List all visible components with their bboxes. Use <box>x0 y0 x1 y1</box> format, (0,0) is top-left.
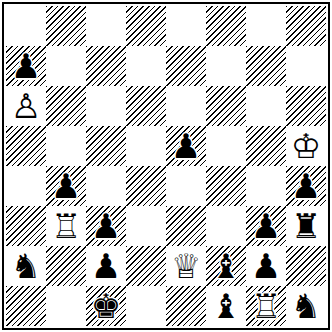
square-e5[interactable]: ♟ <box>166 126 206 166</box>
square-c7[interactable] <box>86 46 126 86</box>
square-b2[interactable] <box>46 246 86 286</box>
square-g2[interactable]: ♟ <box>246 246 286 286</box>
square-b8[interactable] <box>46 6 86 46</box>
square-g1[interactable]: ♜♖ <box>246 286 286 326</box>
square-g4[interactable] <box>246 166 286 206</box>
square-c8[interactable] <box>86 6 126 46</box>
piece-black-king: ♚ <box>86 286 126 326</box>
rook-glyph-outline: ♖ <box>46 206 86 246</box>
square-f2[interactable]: ♝ <box>206 246 246 286</box>
square-f1[interactable]: ♝ <box>206 286 246 326</box>
square-g6[interactable] <box>246 86 286 126</box>
square-a1[interactable] <box>6 286 46 326</box>
square-d4[interactable] <box>126 166 166 206</box>
piece-black-pawn: ♟ <box>246 206 286 246</box>
knight-glyph: ♞ <box>6 246 46 286</box>
square-d5[interactable] <box>126 126 166 166</box>
square-c3[interactable]: ♟ <box>86 206 126 246</box>
pawn-glyph: ♟ <box>6 46 46 86</box>
square-c1[interactable]: ♚ <box>86 286 126 326</box>
knight-glyph: ♞ <box>286 286 326 326</box>
square-d2[interactable] <box>126 246 166 286</box>
pawn-glyph: ♟ <box>86 246 126 286</box>
square-a7[interactable]: ♟ <box>6 46 46 86</box>
rook-glyph-outline: ♖ <box>246 286 286 326</box>
square-g7[interactable] <box>246 46 286 86</box>
bishop-glyph: ♝ <box>206 246 246 286</box>
square-a6[interactable]: ♟♙ <box>6 86 46 126</box>
square-b3[interactable]: ♜♖ <box>46 206 86 246</box>
square-e7[interactable] <box>166 46 206 86</box>
board-frame: ♟♟♙♟♚♔♟♟♜♖♟♟♜♞♟♛♕♝♟♚♝♜♖♞ <box>2 2 330 330</box>
square-d7[interactable] <box>126 46 166 86</box>
piece-black-pawn: ♟ <box>286 166 326 206</box>
piece-black-pawn: ♟ <box>46 166 86 206</box>
square-d8[interactable] <box>126 6 166 46</box>
king-glyph-outline: ♔ <box>286 126 326 166</box>
piece-black-pawn: ♟ <box>86 246 126 286</box>
square-b6[interactable] <box>46 86 86 126</box>
square-g5[interactable] <box>246 126 286 166</box>
square-g3[interactable]: ♟ <box>246 206 286 246</box>
piece-black-bishop: ♝ <box>206 286 246 326</box>
square-h7[interactable] <box>286 46 326 86</box>
rook-glyph: ♜ <box>286 206 326 246</box>
piece-black-pawn: ♟ <box>86 206 126 246</box>
piece-white-queen: ♛♕ <box>166 246 206 286</box>
square-a3[interactable] <box>6 206 46 246</box>
piece-white-rook: ♜♖ <box>246 286 286 326</box>
square-a8[interactable] <box>6 6 46 46</box>
square-f5[interactable] <box>206 126 246 166</box>
piece-white-pawn: ♟♙ <box>6 86 46 126</box>
pawn-glyph: ♟ <box>86 206 126 246</box>
square-g8[interactable] <box>246 6 286 46</box>
square-b5[interactable] <box>46 126 86 166</box>
square-h8[interactable] <box>286 6 326 46</box>
pawn-glyph: ♟ <box>46 166 86 206</box>
pawn-glyph: ♟ <box>246 246 286 286</box>
square-e1[interactable] <box>166 286 206 326</box>
square-c6[interactable] <box>86 86 126 126</box>
pawn-glyph-outline: ♙ <box>6 86 46 126</box>
bishop-glyph: ♝ <box>206 286 246 326</box>
square-c4[interactable] <box>86 166 126 206</box>
square-f8[interactable] <box>206 6 246 46</box>
square-e3[interactable] <box>166 206 206 246</box>
square-d6[interactable] <box>126 86 166 126</box>
chess-board: ♟♟♙♟♚♔♟♟♜♖♟♟♜♞♟♛♕♝♟♚♝♜♖♞ <box>6 6 326 326</box>
square-a4[interactable] <box>6 166 46 206</box>
square-c2[interactable]: ♟ <box>86 246 126 286</box>
square-f4[interactable] <box>206 166 246 206</box>
square-f3[interactable] <box>206 206 246 246</box>
piece-white-king: ♚♔ <box>286 126 326 166</box>
pawn-glyph: ♟ <box>166 126 206 166</box>
pawn-glyph: ♟ <box>246 206 286 246</box>
chess-diagram: ♟♟♙♟♚♔♟♟♜♖♟♟♜♞♟♛♕♝♟♚♝♜♖♞ <box>0 0 332 332</box>
square-e2[interactable]: ♛♕ <box>166 246 206 286</box>
pawn-glyph: ♟ <box>286 166 326 206</box>
square-b1[interactable] <box>46 286 86 326</box>
square-h2[interactable] <box>286 246 326 286</box>
square-e8[interactable] <box>166 6 206 46</box>
piece-black-pawn: ♟ <box>6 46 46 86</box>
square-b7[interactable] <box>46 46 86 86</box>
piece-black-knight: ♞ <box>6 246 46 286</box>
square-e6[interactable] <box>166 86 206 126</box>
square-c5[interactable] <box>86 126 126 166</box>
square-a5[interactable] <box>6 126 46 166</box>
piece-black-rook: ♜ <box>286 206 326 246</box>
king-glyph: ♚ <box>86 286 126 326</box>
piece-black-bishop: ♝ <box>206 246 246 286</box>
square-d3[interactable] <box>126 206 166 246</box>
queen-glyph-outline: ♕ <box>166 246 206 286</box>
square-d1[interactable] <box>126 286 166 326</box>
square-b4[interactable]: ♟ <box>46 166 86 206</box>
square-h4[interactable]: ♟ <box>286 166 326 206</box>
square-f7[interactable] <box>206 46 246 86</box>
square-f6[interactable] <box>206 86 246 126</box>
piece-black-knight: ♞ <box>286 286 326 326</box>
piece-black-pawn: ♟ <box>166 126 206 166</box>
square-h1[interactable]: ♞ <box>286 286 326 326</box>
square-e4[interactable] <box>166 166 206 206</box>
square-h5[interactable]: ♚♔ <box>286 126 326 166</box>
square-h6[interactable] <box>286 86 326 126</box>
square-a2[interactable]: ♞ <box>6 246 46 286</box>
square-h3[interactable]: ♜ <box>286 206 326 246</box>
piece-white-rook: ♜♖ <box>46 206 86 246</box>
piece-black-pawn: ♟ <box>246 246 286 286</box>
